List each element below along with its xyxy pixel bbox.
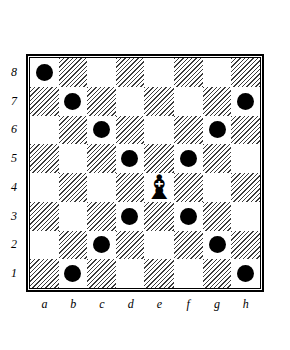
- file-label-f: f: [174, 297, 203, 313]
- square-h7: [231, 87, 260, 116]
- square-e7: [144, 87, 174, 116]
- square-f5: [174, 144, 203, 173]
- file-labels: abcdefgh: [30, 297, 260, 313]
- square-d2: [116, 231, 145, 260]
- square-a8: [30, 58, 59, 87]
- chess-board: ♝: [29, 57, 261, 289]
- move-dot-f5: [180, 150, 197, 167]
- file-label-h: h: [231, 297, 260, 313]
- square-b6: [59, 116, 88, 145]
- square-c7: [87, 87, 116, 116]
- square-c2: [87, 231, 116, 260]
- square-b3: [59, 202, 88, 231]
- square-e2: [144, 231, 174, 260]
- square-a3: [30, 202, 59, 231]
- rank-label-6: 6: [0, 116, 21, 145]
- square-a2: [30, 231, 59, 260]
- rank-label-3: 3: [0, 202, 21, 231]
- square-d4: [116, 173, 145, 202]
- square-c6: [87, 116, 116, 145]
- square-c3: [87, 202, 116, 231]
- square-e6: [144, 116, 174, 145]
- square-b8: [59, 58, 88, 87]
- rank-label-4: 4: [0, 173, 21, 202]
- move-dot-g2: [209, 236, 226, 253]
- square-c5: [87, 144, 116, 173]
- black-bishop: ♝: [144, 173, 174, 201]
- square-c8: [87, 58, 116, 87]
- rank-label-2: 2: [0, 231, 21, 260]
- rank-label-7: 7: [0, 87, 21, 116]
- square-g1: [203, 259, 232, 288]
- square-e8: [144, 58, 174, 87]
- chess-diagram: 87654321 ♝ abcdefgh: [0, 0, 290, 350]
- file-label-c: c: [88, 297, 117, 313]
- move-dot-g6: [209, 121, 226, 138]
- file-label-b: b: [59, 297, 88, 313]
- square-b7: [59, 87, 88, 116]
- square-h5: [231, 144, 260, 173]
- move-dot-a8: [36, 64, 53, 81]
- square-b5: [59, 144, 88, 173]
- square-d8: [116, 58, 145, 87]
- square-e3: [144, 202, 174, 231]
- square-b4: [59, 173, 88, 202]
- square-h6: [231, 116, 260, 145]
- square-a1: [30, 259, 59, 288]
- square-f1: [174, 259, 203, 288]
- move-dot-d3: [121, 208, 138, 225]
- move-dot-b1: [64, 265, 81, 282]
- square-d1: [116, 259, 145, 288]
- square-f6: [174, 116, 203, 145]
- square-e1: [144, 259, 174, 288]
- square-g5: [203, 144, 232, 173]
- square-g7: [203, 87, 232, 116]
- file-label-d: d: [116, 297, 145, 313]
- file-label-e: e: [145, 297, 174, 313]
- square-f7: [174, 87, 203, 116]
- rank-label-1: 1: [0, 259, 21, 288]
- square-d3: [116, 202, 145, 231]
- move-dot-d5: [121, 150, 138, 167]
- move-dot-h7: [237, 93, 254, 110]
- square-h2: [231, 231, 260, 260]
- square-b2: [59, 231, 88, 260]
- rank-label-5: 5: [0, 144, 21, 173]
- square-a4: [30, 173, 59, 202]
- file-label-g: g: [203, 297, 232, 313]
- square-g2: [203, 231, 232, 260]
- square-d5: [116, 144, 145, 173]
- square-a5: [30, 144, 59, 173]
- square-h1: [231, 259, 260, 288]
- square-h3: [231, 202, 260, 231]
- move-dot-b7: [64, 93, 81, 110]
- board-frame: ♝: [26, 54, 264, 292]
- square-h4: [231, 173, 260, 202]
- square-g4: [203, 173, 232, 202]
- move-dot-h1: [237, 265, 254, 282]
- square-f3: [174, 202, 203, 231]
- file-label-a: a: [30, 297, 59, 313]
- square-e4: ♝: [144, 173, 174, 202]
- square-f8: [174, 58, 203, 87]
- square-d7: [116, 87, 145, 116]
- rank-labels: 87654321: [0, 58, 21, 288]
- square-c4: [87, 173, 116, 202]
- square-c1: [87, 259, 116, 288]
- square-f2: [174, 231, 203, 260]
- square-f4: [174, 173, 203, 202]
- square-a6: [30, 116, 59, 145]
- square-g6: [203, 116, 232, 145]
- move-dot-f3: [180, 208, 197, 225]
- move-dot-c6: [93, 121, 110, 138]
- square-b1: [59, 259, 88, 288]
- move-dot-c2: [93, 236, 110, 253]
- square-g8: [203, 58, 232, 87]
- square-d6: [116, 116, 145, 145]
- rank-label-8: 8: [0, 58, 21, 87]
- square-h8: [231, 58, 260, 87]
- square-a7: [30, 87, 59, 116]
- square-g3: [203, 202, 232, 231]
